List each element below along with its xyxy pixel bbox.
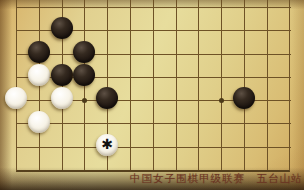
board-cell [131, 77, 154, 100]
board-cell [268, 147, 291, 170]
board-cell [154, 147, 177, 170]
board-cell [154, 0, 177, 7]
board-cell [17, 147, 40, 170]
broadcast-photo: ✱ 中国女子围棋甲级联赛 五台山站 [0, 0, 304, 190]
board-cell [245, 54, 268, 77]
board-cell [245, 7, 268, 30]
board-cell [131, 7, 154, 30]
board-cell [177, 0, 200, 7]
board-cell [222, 7, 245, 30]
board-cell [131, 147, 154, 170]
board-cell [199, 147, 222, 170]
board-cell [40, 0, 63, 7]
last-move-marker: ✱ [101, 137, 113, 151]
board-cell [154, 123, 177, 146]
board-cell [222, 0, 245, 7]
board-cell [131, 54, 154, 77]
board-cell [108, 54, 131, 77]
board-cell [268, 54, 291, 77]
board-cell [154, 7, 177, 30]
board-cell [245, 0, 268, 7]
board-cell [17, 7, 40, 30]
black-stone [28, 41, 50, 63]
board-cell [245, 30, 268, 53]
board-cell [154, 30, 177, 53]
board-cell [131, 30, 154, 53]
board-cell [199, 100, 222, 123]
board-cell [245, 123, 268, 146]
board-cell [63, 0, 86, 7]
board-cell [177, 54, 200, 77]
board-cell [268, 0, 291, 7]
star-point [82, 98, 87, 103]
event-caption: 中国女子围棋甲级联赛 五台山站 [130, 172, 304, 186]
board-cell [199, 123, 222, 146]
board-cell [131, 123, 154, 146]
board-cell [63, 147, 86, 170]
board-cell [85, 7, 108, 30]
star-point [219, 98, 224, 103]
board-cell [154, 100, 177, 123]
board-cell [268, 30, 291, 53]
board-cell [154, 77, 177, 100]
board-cell [177, 77, 200, 100]
board-cell [63, 123, 86, 146]
black-stone [51, 17, 73, 39]
white-stone [28, 111, 50, 133]
board-cell [222, 123, 245, 146]
black-stone [51, 64, 73, 86]
board-cell [222, 54, 245, 77]
board-cell [245, 147, 268, 170]
board-cell [199, 54, 222, 77]
board-cell [199, 7, 222, 30]
board-cell [40, 147, 63, 170]
board-cell [177, 30, 200, 53]
board-cell [199, 30, 222, 53]
board-cell [199, 77, 222, 100]
board-cell [268, 123, 291, 146]
board-cell [108, 0, 131, 7]
board-cell [17, 0, 40, 7]
black-stone [73, 41, 95, 63]
board-cell [222, 147, 245, 170]
board-cell [108, 30, 131, 53]
board-cell [177, 123, 200, 146]
white-stone [28, 64, 50, 86]
board-cell [177, 147, 200, 170]
board-cell [154, 54, 177, 77]
white-stone [51, 87, 73, 109]
board-cell [108, 7, 131, 30]
board-cell [177, 7, 200, 30]
board-cell [131, 100, 154, 123]
white-stone-last-move: ✱ [96, 134, 118, 156]
board-cell [131, 0, 154, 7]
board-cell [268, 7, 291, 30]
board-cell [222, 30, 245, 53]
board-cell [268, 100, 291, 123]
board-cell [268, 77, 291, 100]
board-cell [85, 0, 108, 7]
board-cell [199, 0, 222, 7]
board-cell [177, 100, 200, 123]
